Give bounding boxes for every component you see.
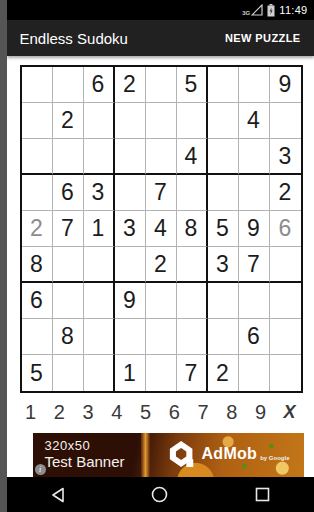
- cell-r2c7[interactable]: [208, 103, 239, 139]
- key-7[interactable]: 7: [196, 402, 210, 422]
- home-circle-icon: [151, 486, 168, 503]
- cell-r3c1[interactable]: [22, 139, 53, 175]
- cell-r3c2[interactable]: [53, 139, 84, 175]
- cell-r4c7[interactable]: [208, 175, 239, 211]
- key-5[interactable]: 5: [139, 402, 153, 422]
- cell-r4c2[interactable]: 6: [53, 175, 84, 211]
- cell-r2c8[interactable]: 4: [239, 103, 270, 139]
- cell-r8c7[interactable]: [208, 319, 239, 355]
- cell-r6c4[interactable]: [115, 247, 146, 283]
- back-triangle-icon: [50, 487, 66, 503]
- admob-byline-label: by Google: [260, 455, 289, 461]
- cell-r1c2[interactable]: [53, 67, 84, 103]
- cell-r7c3[interactable]: [84, 283, 115, 319]
- ad-decor-column: [141, 433, 150, 477]
- cell-r1c7[interactable]: [208, 67, 239, 103]
- cell-r5c6[interactable]: 8: [177, 211, 208, 247]
- sudoku-board: 625924436372271348596823769865172: [20, 65, 303, 393]
- nav-home-button[interactable]: [130, 486, 190, 503]
- cell-r6c3[interactable]: [84, 247, 115, 283]
- admob-name-label: AdMob: [201, 445, 257, 463]
- clock: 11:49: [279, 4, 307, 16]
- cell-r3c8[interactable]: [239, 139, 270, 175]
- cell-r6c8[interactable]: 7: [239, 247, 270, 283]
- network-type-label: 3G: [242, 10, 250, 16]
- nav-back-button[interactable]: [28, 487, 88, 503]
- cell-r3c5[interactable]: [146, 139, 177, 175]
- cell-r7c7[interactable]: [208, 283, 239, 319]
- cell-r8c3[interactable]: [84, 319, 115, 355]
- cell-r6c2[interactable]: [53, 247, 84, 283]
- content-area: 625924436372271348596823769865172 123456…: [7, 56, 314, 477]
- cell-r4c8[interactable]: [239, 175, 270, 211]
- cell-r7c8[interactable]: [239, 283, 270, 319]
- phone-screen: 3G 11:49 Endless Sudoku NEW PUZZLE 62592…: [7, 0, 314, 512]
- cell-r7c9[interactable]: [270, 283, 301, 319]
- ad-banner[interactable]: 320x50 Test Banner AdMob by Google i: [33, 433, 304, 477]
- battery-charging-icon: [267, 4, 275, 17]
- cell-r1c3[interactable]: 6: [84, 67, 115, 103]
- cell-r5c4[interactable]: 3: [115, 211, 146, 247]
- cell-r4c4[interactable]: [115, 175, 146, 211]
- cell-r5c7[interactable]: 5: [208, 211, 239, 247]
- cell-r3c4[interactable]: [115, 139, 146, 175]
- cell-r9c2[interactable]: [53, 355, 84, 391]
- app-title: Endless Sudoku: [20, 30, 128, 47]
- cell-r7c5[interactable]: [146, 283, 177, 319]
- status-bar: 3G 11:49: [7, 0, 314, 20]
- cell-r4c1[interactable]: [22, 175, 53, 211]
- recents-square-icon: [255, 487, 270, 502]
- cell-r3c7[interactable]: [208, 139, 239, 175]
- cell-r6c7[interactable]: 3: [208, 247, 239, 283]
- new-puzzle-button[interactable]: NEW PUZZLE: [225, 32, 301, 44]
- cell-r2c3[interactable]: [84, 103, 115, 139]
- cell-r6c5[interactable]: 2: [146, 247, 177, 283]
- cell-r5c5[interactable]: 4: [146, 211, 177, 247]
- cell-r6c6[interactable]: [177, 247, 208, 283]
- cell-r3c9[interactable]: 3: [270, 139, 301, 175]
- cell-r4c9[interactable]: 2: [270, 175, 301, 211]
- cell-r9c7[interactable]: 2: [208, 355, 239, 391]
- cell-r2c9[interactable]: [270, 103, 301, 139]
- signal-triangle-icon: [251, 4, 263, 16]
- nav-recents-button[interactable]: [232, 487, 292, 502]
- cell-r5c8[interactable]: 9: [239, 211, 270, 247]
- cell-r8c8[interactable]: 6: [239, 319, 270, 355]
- ad-info-icon[interactable]: i: [35, 464, 46, 475]
- cell-r9c5[interactable]: [146, 355, 177, 391]
- cell-r8c9[interactable]: [270, 319, 301, 355]
- signal-indicator: 3G: [242, 4, 263, 16]
- cell-r4c5[interactable]: 7: [146, 175, 177, 211]
- admob-logo-icon: [169, 440, 195, 468]
- cell-r7c1[interactable]: 6: [22, 283, 53, 319]
- cell-r9c8[interactable]: [239, 355, 270, 391]
- key-erase[interactable]: X: [282, 403, 296, 421]
- cell-r9c4[interactable]: 1: [115, 355, 146, 391]
- cell-r2c5[interactable]: [146, 103, 177, 139]
- number-selector: 123456789X: [20, 399, 301, 425]
- cell-r3c6[interactable]: 4: [177, 139, 208, 175]
- key-3[interactable]: 3: [81, 402, 95, 422]
- admob-brand: AdMob by Google: [169, 440, 289, 468]
- cell-r8c6[interactable]: [177, 319, 208, 355]
- cell-r8c2[interactable]: 8: [53, 319, 84, 355]
- cell-r1c6[interactable]: 5: [177, 67, 208, 103]
- cell-r6c9[interactable]: [270, 247, 301, 283]
- cell-r2c4[interactable]: [115, 103, 146, 139]
- key-9[interactable]: 9: [254, 402, 268, 422]
- cell-r7c6[interactable]: [177, 283, 208, 319]
- cell-r5c3[interactable]: 1: [84, 211, 115, 247]
- cell-r5c1[interactable]: 2: [22, 211, 53, 247]
- cell-r9c9[interactable]: [270, 355, 301, 391]
- key-6[interactable]: 6: [167, 402, 181, 422]
- key-2[interactable]: 2: [52, 402, 66, 422]
- cell-r2c2[interactable]: 2: [53, 103, 84, 139]
- cell-r6c1[interactable]: 8: [22, 247, 53, 283]
- cell-r1c9[interactable]: 9: [270, 67, 301, 103]
- cell-r9c1[interactable]: 5: [22, 355, 53, 391]
- cell-r1c4[interactable]: 2: [115, 67, 146, 103]
- key-1[interactable]: 1: [24, 402, 38, 422]
- cell-r2c6[interactable]: [177, 103, 208, 139]
- cell-r1c8[interactable]: [239, 67, 270, 103]
- cell-r8c5[interactable]: [146, 319, 177, 355]
- cell-r7c4[interactable]: 9: [115, 283, 146, 319]
- app-bar: Endless Sudoku NEW PUZZLE: [7, 20, 314, 56]
- cell-r9c3[interactable]: [84, 355, 115, 391]
- cell-r5c2[interactable]: 7: [53, 211, 84, 247]
- cell-r4c6[interactable]: [177, 175, 208, 211]
- cell-r3c3[interactable]: [84, 139, 115, 175]
- cell-r1c5[interactable]: [146, 67, 177, 103]
- cell-r9c6[interactable]: 7: [177, 355, 208, 391]
- cell-r4c3[interactable]: 3: [84, 175, 115, 211]
- ad-title-label: Test Banner: [45, 453, 125, 470]
- ad-text-block: 320x50 Test Banner: [45, 438, 125, 470]
- cell-r7c2[interactable]: [53, 283, 84, 319]
- key-4[interactable]: 4: [110, 402, 124, 422]
- ad-size-label: 320x50: [45, 438, 125, 453]
- cell-r2c1[interactable]: [22, 103, 53, 139]
- key-8[interactable]: 8: [225, 402, 239, 422]
- android-nav-bar: [7, 477, 314, 512]
- cell-r8c1[interactable]: [22, 319, 53, 355]
- cell-r5c9[interactable]: 6: [270, 211, 301, 247]
- cell-r1c1[interactable]: [22, 67, 53, 103]
- cell-r8c4[interactable]: [115, 319, 146, 355]
